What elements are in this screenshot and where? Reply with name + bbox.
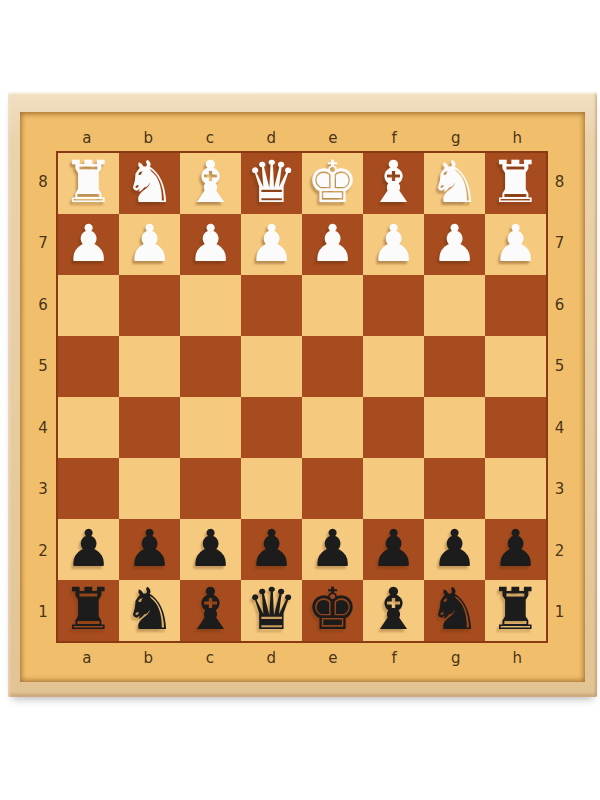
piece-black-rook[interactable]: ♜ — [490, 579, 542, 640]
piece-white-pawn[interactable]: ♟ — [188, 213, 234, 274]
piece-white-pawn[interactable]: ♟ — [493, 213, 539, 274]
demo-chess-board-frame: abcdefgh abcdefgh 87654321 87654321 ♜♞♝♛… — [8, 92, 597, 697]
file-label-f: f — [364, 129, 426, 147]
square-g7[interactable]: ♟ — [424, 214, 485, 275]
piece-white-rook[interactable]: ♜ — [63, 152, 115, 213]
rank-label-4: 4 — [548, 397, 571, 459]
square-h7[interactable]: ♟ — [485, 214, 546, 275]
piece-black-pawn[interactable]: ♟ — [188, 518, 234, 579]
piece-white-rook[interactable]: ♜ — [490, 152, 542, 213]
square-d8[interactable]: ♛ — [241, 153, 302, 214]
piece-white-queen[interactable]: ♛ — [246, 152, 298, 213]
square-d3[interactable] — [241, 458, 302, 519]
square-e2[interactable]: ♟ — [302, 519, 363, 580]
rank-label-6: 6 — [548, 274, 571, 336]
square-h6[interactable] — [485, 275, 546, 336]
square-c3[interactable] — [180, 458, 241, 519]
piece-black-pawn[interactable]: ♟ — [66, 518, 112, 579]
square-a4[interactable] — [58, 397, 119, 458]
file-label-g: g — [425, 649, 487, 667]
square-e1[interactable]: ♚ — [302, 580, 363, 641]
square-h4[interactable] — [485, 397, 546, 458]
file-label-g: g — [425, 129, 487, 147]
square-d6[interactable] — [241, 275, 302, 336]
square-d2[interactable]: ♟ — [241, 519, 302, 580]
square-f8[interactable]: ♝ — [363, 153, 424, 214]
piece-black-pawn[interactable]: ♟ — [127, 518, 173, 579]
piece-black-bishop[interactable]: ♝ — [368, 579, 420, 640]
square-h5[interactable] — [485, 336, 546, 397]
rank-label-6: 6 — [30, 274, 56, 336]
file-label-c: c — [179, 649, 241, 667]
square-c8[interactable]: ♝ — [180, 153, 241, 214]
piece-white-pawn[interactable]: ♟ — [127, 213, 173, 274]
piece-white-knight[interactable]: ♞ — [429, 152, 481, 213]
square-a7[interactable]: ♟ — [58, 214, 119, 275]
rank-label-7: 7 — [548, 213, 571, 275]
square-c5[interactable] — [180, 336, 241, 397]
piece-white-pawn[interactable]: ♟ — [310, 213, 356, 274]
piece-white-pawn[interactable]: ♟ — [249, 213, 295, 274]
square-b6[interactable] — [119, 275, 180, 336]
square-d4[interactable] — [241, 397, 302, 458]
square-g1[interactable]: ♞ — [424, 580, 485, 641]
rank-label-2: 2 — [30, 520, 56, 582]
file-label-c: c — [179, 129, 241, 147]
piece-black-knight[interactable]: ♞ — [124, 579, 176, 640]
square-g2[interactable]: ♟ — [424, 519, 485, 580]
file-label-d: d — [241, 649, 303, 667]
file-label-h: h — [487, 649, 549, 667]
square-b4[interactable] — [119, 397, 180, 458]
square-f1[interactable]: ♝ — [363, 580, 424, 641]
square-h1[interactable]: ♜ — [485, 580, 546, 641]
square-d7[interactable]: ♟ — [241, 214, 302, 275]
piece-black-pawn[interactable]: ♟ — [249, 518, 295, 579]
piece-white-king[interactable]: ♚ — [307, 152, 359, 213]
square-b8[interactable]: ♞ — [119, 153, 180, 214]
square-g4[interactable] — [424, 397, 485, 458]
square-f5[interactable] — [363, 336, 424, 397]
square-d1[interactable]: ♛ — [241, 580, 302, 641]
square-f4[interactable] — [363, 397, 424, 458]
square-f6[interactable] — [363, 275, 424, 336]
square-a1[interactable]: ♜ — [58, 580, 119, 641]
piece-white-pawn[interactable]: ♟ — [432, 213, 478, 274]
square-a5[interactable] — [58, 336, 119, 397]
rank-label-5: 5 — [548, 336, 571, 398]
square-c7[interactable]: ♟ — [180, 214, 241, 275]
piece-black-rook[interactable]: ♜ — [63, 579, 115, 640]
square-e7[interactable]: ♟ — [302, 214, 363, 275]
square-b7[interactable]: ♟ — [119, 214, 180, 275]
rank-label-5: 5 — [30, 336, 56, 398]
file-labels-top: abcdefgh — [56, 112, 548, 151]
file-label-a: a — [56, 129, 118, 147]
square-e8[interactable]: ♚ — [302, 153, 363, 214]
square-g8[interactable]: ♞ — [424, 153, 485, 214]
square-a6[interactable] — [58, 275, 119, 336]
piece-white-bishop[interactable]: ♝ — [368, 152, 420, 213]
square-a2[interactable]: ♟ — [58, 519, 119, 580]
rank-label-3: 3 — [548, 459, 571, 521]
square-h8[interactable]: ♜ — [485, 153, 546, 214]
square-h2[interactable]: ♟ — [485, 519, 546, 580]
square-e5[interactable] — [302, 336, 363, 397]
file-label-e: e — [302, 649, 364, 667]
square-a3[interactable] — [58, 458, 119, 519]
rank-label-7: 7 — [30, 213, 56, 275]
square-e4[interactable] — [302, 397, 363, 458]
rank-label-3: 3 — [30, 459, 56, 521]
file-labels-bottom: abcdefgh — [56, 643, 548, 682]
square-c6[interactable] — [180, 275, 241, 336]
square-f2[interactable]: ♟ — [363, 519, 424, 580]
board-grid: ♜♞♝♛♚♝♞♜♟♟♟♟♟♟♟♟♟♟♟♟♟♟♟♟♜♞♝♛♚♝♞♜ — [56, 151, 548, 643]
piece-white-knight[interactable]: ♞ — [124, 152, 176, 213]
square-c1[interactable]: ♝ — [180, 580, 241, 641]
piece-black-king[interactable]: ♚ — [307, 579, 359, 640]
square-d5[interactable] — [241, 336, 302, 397]
square-b3[interactable] — [119, 458, 180, 519]
square-c2[interactable]: ♟ — [180, 519, 241, 580]
piece-white-bishop[interactable]: ♝ — [185, 152, 237, 213]
page: { "game": "chess", "position": "RNBQKBNR… — [0, 0, 600, 800]
square-f7[interactable]: ♟ — [363, 214, 424, 275]
square-f3[interactable] — [363, 458, 424, 519]
file-label-e: e — [302, 129, 364, 147]
file-label-h: h — [487, 129, 549, 147]
piece-black-bishop[interactable]: ♝ — [185, 579, 237, 640]
board-face: abcdefgh abcdefgh 87654321 87654321 ♜♞♝♛… — [20, 112, 585, 682]
piece-black-pawn[interactable]: ♟ — [310, 518, 356, 579]
piece-white-pawn[interactable]: ♟ — [371, 213, 417, 274]
square-g5[interactable] — [424, 336, 485, 397]
rank-label-1: 1 — [548, 582, 571, 644]
rank-label-2: 2 — [548, 520, 571, 582]
square-h3[interactable] — [485, 458, 546, 519]
piece-black-pawn[interactable]: ♟ — [432, 518, 478, 579]
rank-label-1: 1 — [30, 582, 56, 644]
piece-white-pawn[interactable]: ♟ — [66, 213, 112, 274]
square-e6[interactable] — [302, 275, 363, 336]
rank-label-8: 8 — [548, 151, 571, 213]
rank-labels-left: 87654321 — [20, 151, 56, 643]
square-b5[interactable] — [119, 336, 180, 397]
file-label-a: a — [56, 649, 118, 667]
square-g6[interactable] — [424, 275, 485, 336]
square-b1[interactable]: ♞ — [119, 580, 180, 641]
piece-black-pawn[interactable]: ♟ — [371, 518, 417, 579]
square-a8[interactable]: ♜ — [58, 153, 119, 214]
piece-black-pawn[interactable]: ♟ — [493, 518, 539, 579]
square-b2[interactable]: ♟ — [119, 519, 180, 580]
file-label-d: d — [241, 129, 303, 147]
file-label-f: f — [364, 649, 426, 667]
rank-label-4: 4 — [30, 397, 56, 459]
piece-black-queen[interactable]: ♛ — [246, 579, 298, 640]
square-e3[interactable] — [302, 458, 363, 519]
square-c4[interactable] — [180, 397, 241, 458]
file-label-b: b — [118, 129, 180, 147]
rank-label-8: 8 — [30, 151, 56, 213]
square-g3[interactable] — [424, 458, 485, 519]
file-label-b: b — [118, 649, 180, 667]
piece-black-knight[interactable]: ♞ — [429, 579, 481, 640]
rank-labels-right: 87654321 — [548, 151, 585, 643]
